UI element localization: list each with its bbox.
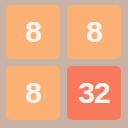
tile-r0c0-8: 8 bbox=[6, 5, 60, 59]
tile-value: 32 bbox=[78, 78, 109, 109]
tile-value: 8 bbox=[25, 78, 41, 109]
tile-r0c1-8: 8 bbox=[67, 5, 121, 59]
2048-board[interactable]: 8 8 8 32 bbox=[0, 0, 128, 128]
tile-r1c1-32: 32 bbox=[67, 66, 121, 120]
tile-r1c0-8: 8 bbox=[6, 66, 60, 120]
tile-value: 8 bbox=[25, 17, 41, 48]
tile-value: 8 bbox=[86, 17, 102, 48]
